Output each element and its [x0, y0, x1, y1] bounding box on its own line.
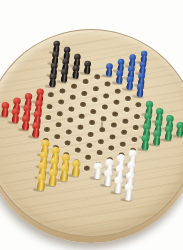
- peg-yellow[interactable]: [69, 159, 81, 177]
- peg-green[interactable]: [139, 134, 151, 151]
- peg-green[interactable]: [162, 125, 173, 141]
- peg-hole[interactable]: [64, 140, 71, 146]
- peg-blue[interactable]: [104, 62, 114, 76]
- peg-hole[interactable]: [68, 106, 75, 112]
- peg-black[interactable]: [59, 69, 69, 84]
- peg-hole[interactable]: [107, 145, 114, 151]
- peg-hole-grid: [0, 38, 183, 208]
- peg-hole[interactable]: [99, 127, 106, 133]
- peg-hole[interactable]: [70, 83, 77, 89]
- peg-hole[interactable]: [92, 86, 99, 92]
- peg-hole[interactable]: [74, 147, 81, 153]
- peg-hole[interactable]: [102, 93, 109, 99]
- peg-hole[interactable]: [88, 120, 95, 126]
- peg-hole[interactable]: [120, 129, 127, 135]
- peg-hole[interactable]: [132, 125, 139, 131]
- peg-blue[interactable]: [134, 83, 144, 98]
- peg-hole[interactable]: [86, 143, 93, 149]
- peg-hole[interactable]: [56, 110, 63, 116]
- peg-hole[interactable]: [84, 154, 91, 160]
- peg-hole[interactable]: [124, 95, 131, 101]
- photo-stage: [0, 0, 183, 250]
- peg-hole[interactable]: [104, 81, 111, 87]
- peg-hole[interactable]: [101, 104, 108, 110]
- peg-black[interactable]: [47, 73, 57, 88]
- board-cell[interactable]: [150, 135, 162, 148]
- board-cell[interactable]: [57, 171, 69, 184]
- peg-hole[interactable]: [83, 166, 90, 172]
- peg-blue[interactable]: [114, 69, 124, 84]
- peg-yellow[interactable]: [46, 168, 59, 186]
- peg-hole[interactable]: [113, 100, 120, 106]
- peg-hole[interactable]: [90, 109, 97, 115]
- peg-hole[interactable]: [100, 115, 107, 121]
- peg-hole[interactable]: [82, 79, 89, 85]
- peg-hole[interactable]: [91, 97, 98, 103]
- peg-hole[interactable]: [65, 129, 72, 135]
- peg-hole[interactable]: [135, 102, 142, 108]
- peg-hole[interactable]: [57, 99, 64, 105]
- peg-hole[interactable]: [59, 88, 66, 94]
- peg-black[interactable]: [82, 60, 92, 74]
- board-cell[interactable]: [34, 180, 46, 193]
- board-cell[interactable]: [45, 176, 57, 189]
- board-cell[interactable]: [173, 126, 183, 139]
- peg-hole[interactable]: [111, 111, 118, 117]
- peg-hole[interactable]: [69, 95, 76, 101]
- board-cell[interactable]: [69, 167, 81, 180]
- peg-hole[interactable]: [93, 74, 100, 80]
- peg-hole[interactable]: [75, 136, 82, 142]
- peg-green[interactable]: [151, 129, 162, 146]
- peg-hole[interactable]: [79, 102, 86, 108]
- board-cell[interactable]: [161, 131, 173, 144]
- peg-green[interactable]: [174, 121, 183, 137]
- peg-hole[interactable]: [81, 90, 88, 96]
- peg-hole[interactable]: [43, 126, 50, 132]
- peg-hole[interactable]: [55, 122, 62, 128]
- peg-hole[interactable]: [77, 124, 84, 130]
- peg-hole[interactable]: [78, 113, 85, 119]
- peg-hole[interactable]: [119, 141, 126, 147]
- peg-black[interactable]: [70, 64, 80, 79]
- peg-hole[interactable]: [46, 104, 53, 110]
- peg-hole[interactable]: [45, 115, 52, 121]
- peg-hole[interactable]: [96, 150, 103, 156]
- peg-hole[interactable]: [123, 107, 130, 113]
- peg-yellow[interactable]: [34, 172, 47, 191]
- peg-hole[interactable]: [131, 136, 138, 142]
- peg-hole[interactable]: [87, 131, 94, 137]
- peg-white[interactable]: [122, 182, 135, 201]
- peg-hole[interactable]: [97, 138, 104, 144]
- peg-hole[interactable]: [122, 118, 129, 124]
- peg-hole[interactable]: [110, 122, 117, 128]
- peg-hole[interactable]: [114, 88, 121, 94]
- peg-hole[interactable]: [133, 113, 140, 119]
- peg-yellow[interactable]: [57, 164, 70, 182]
- peg-hole[interactable]: [66, 117, 73, 123]
- board-cell[interactable]: [121, 190, 133, 203]
- peg-hole[interactable]: [47, 92, 54, 98]
- peg-hole[interactable]: [109, 134, 116, 140]
- peg-hole[interactable]: [53, 133, 60, 139]
- peg-blue[interactable]: [124, 76, 134, 91]
- board-cell[interactable]: [138, 140, 150, 153]
